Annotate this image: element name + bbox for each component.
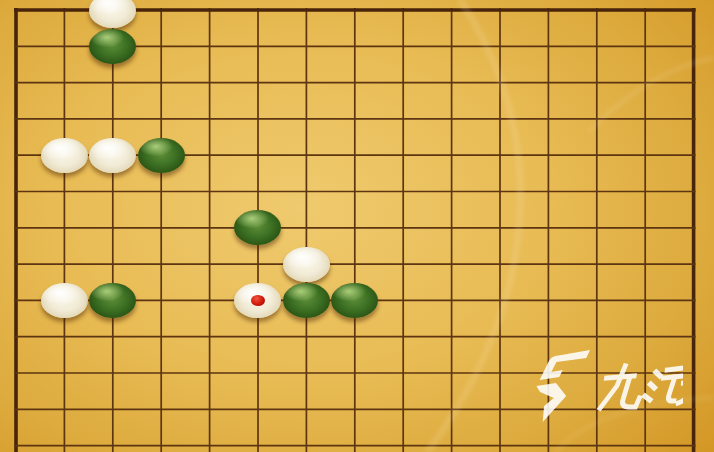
game-screenshot <box>0 0 714 452</box>
stone-green <box>234 210 281 245</box>
stone-green <box>331 283 378 318</box>
stone-white <box>41 138 88 173</box>
watermark-text-glyphs <box>600 366 683 408</box>
watermark-logo <box>533 348 683 424</box>
stone-green <box>138 138 185 173</box>
stone-green <box>89 29 136 64</box>
watermark-g-icon <box>533 350 590 422</box>
stone-white <box>283 247 330 282</box>
stone-green <box>89 283 136 318</box>
stone-white <box>89 0 136 28</box>
stone-white <box>41 283 88 318</box>
last-move-marker-dot <box>251 295 265 306</box>
stone-white <box>89 138 136 173</box>
stone-white-last-move <box>234 283 281 318</box>
stone-green <box>283 283 330 318</box>
